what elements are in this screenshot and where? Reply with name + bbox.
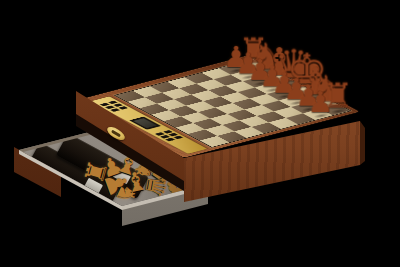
piece-dark-pawn-h7[interactable]: ♟ bbox=[305, 89, 335, 116]
chess-computer-scene: ♜♟♝♞♟♜♟♝♛♟♞♟ ♟♜♟♞♟♝♟♛♟♚♟♝♟♞♟♜ bbox=[0, 0, 400, 267]
panel-button[interactable] bbox=[165, 138, 174, 141]
panel-button[interactable] bbox=[160, 135, 169, 138]
panel-button[interactable] bbox=[110, 108, 119, 111]
panel-button[interactable] bbox=[105, 106, 114, 109]
panel-button[interactable] bbox=[119, 106, 128, 109]
panel-button[interactable] bbox=[155, 132, 164, 135]
panel-button[interactable] bbox=[163, 130, 172, 133]
panel-keys-bottom bbox=[155, 130, 183, 141]
lcd-screen bbox=[133, 118, 157, 128]
drawer-handle-slot bbox=[111, 130, 121, 138]
square-h7[interactable]: ♟ bbox=[303, 109, 332, 120]
lcd-display bbox=[129, 117, 160, 130]
panel-keys-top bbox=[100, 101, 128, 112]
panel-button[interactable] bbox=[168, 133, 177, 136]
panel-button[interactable] bbox=[113, 103, 122, 106]
panel-button[interactable] bbox=[174, 136, 183, 139]
